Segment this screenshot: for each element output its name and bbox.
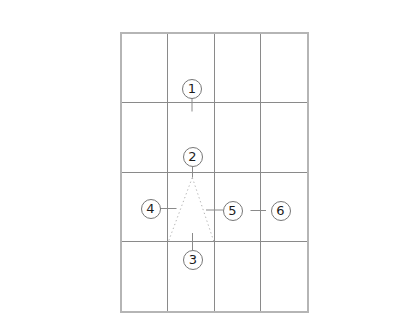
drawing-canvas: 1 2 3 4 5 6 <box>0 0 400 330</box>
grid-cell <box>261 103 307 172</box>
grid-cell <box>168 173 214 242</box>
callout-balloon-1: 1 <box>182 79 202 99</box>
callout-balloon-4: 4 <box>141 199 161 219</box>
grid-cell <box>215 242 261 311</box>
grid-cell <box>122 34 168 103</box>
elevation-grid <box>120 32 309 313</box>
callout-balloon-6: 6 <box>271 201 291 221</box>
grid-cell <box>122 103 168 172</box>
callout-balloon-5: 5 <box>223 201 243 221</box>
grid-cell <box>215 103 261 172</box>
grid-cell <box>261 242 307 311</box>
grid-cell <box>215 34 261 103</box>
callout-balloon-2: 2 <box>183 147 203 167</box>
grid-cell <box>261 34 307 103</box>
grid-cell <box>122 242 168 311</box>
callout-balloon-3: 3 <box>183 250 203 270</box>
